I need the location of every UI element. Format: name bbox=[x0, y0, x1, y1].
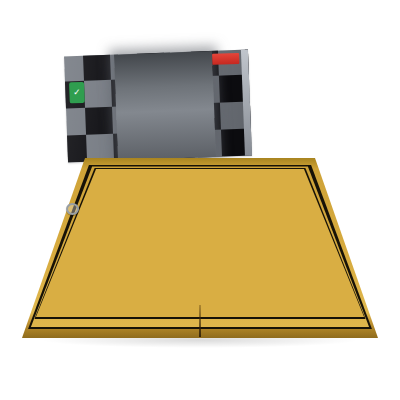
box-title-panel bbox=[114, 51, 216, 161]
chess-box: ✓ bbox=[64, 50, 252, 163]
chess-board bbox=[22, 158, 378, 338]
brand-logo bbox=[212, 53, 239, 65]
board-hinge-clasp-icon bbox=[66, 203, 79, 215]
fsc-badge: ✓ bbox=[69, 82, 85, 104]
product-photo-scene: ✓ bbox=[0, 0, 400, 400]
fsc-tree-check-icon: ✓ bbox=[73, 88, 81, 97]
board-fold-seam bbox=[199, 305, 201, 337]
